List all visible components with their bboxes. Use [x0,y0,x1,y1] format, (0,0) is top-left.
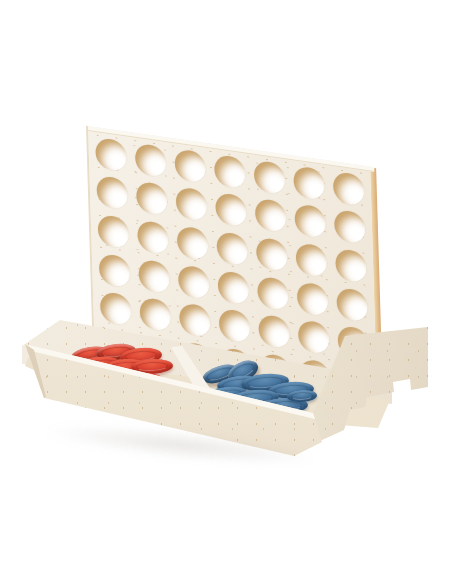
board-cell-r1-c2 [130,138,171,182]
board-hole [217,270,249,305]
board-hole [174,148,206,183]
board-cell-r3-c2 [132,215,173,259]
board-cell-r3-c3 [172,221,213,265]
board-cell-r1-c6 [289,161,330,205]
board-cell-r3-c5 [251,232,292,276]
board-cell-r4-c4 [213,265,254,309]
board-hole [175,187,207,222]
board-cell-r2-c5 [250,194,291,238]
board-hole [179,303,211,338]
board-hole [256,237,288,272]
board-hole [258,314,290,349]
board-hole [297,281,329,316]
board-cell-r2-c2 [131,177,172,221]
board-hole [298,320,330,355]
product-photo-connect-four [0,0,450,585]
board-hole [138,258,170,293]
board-hole [254,160,286,195]
board-cell-r5-c3 [174,298,215,342]
board-cell-r3-c7 [331,244,372,288]
board-hole [95,137,127,172]
board-cell-r2-c7 [330,205,371,249]
board-cell-r4-c7 [332,282,373,326]
board-cell-r1-c7 [329,166,370,210]
board-hole [219,309,251,344]
board-hole [296,243,328,278]
disc-rim-ring [136,360,168,371]
board-cell-r1-c5 [249,155,290,199]
board-cell-r1-c4 [209,149,250,193]
board-cell-r4-c6 [292,277,333,321]
board-cell-r2-c1 [91,171,132,215]
board-hole [293,165,325,200]
board-hole [257,276,289,311]
board-hole [295,204,327,239]
board-hole [177,225,209,260]
disc-rim-ring [290,392,313,401]
board-hole [333,171,365,206]
board-cell-r5-c4 [214,304,255,348]
board-hole [135,142,167,177]
board-cell-r1-c1 [90,132,131,176]
board-hole [96,175,128,210]
board-cell-r3-c4 [212,227,253,271]
board-cell-r3-c1 [92,210,133,254]
board-hole [215,193,247,228]
board-hole [214,154,246,189]
board-hole [334,210,366,245]
board-cell-r1-c3 [170,144,211,188]
board-cell-r4-c5 [253,271,294,315]
board-hole [216,231,248,266]
board-cell-r5-c5 [254,310,295,354]
board-cell-r4-c1 [94,248,135,292]
board-hole [337,287,369,322]
board-cell-r2-c3 [171,182,212,226]
board-cell-r4-c3 [173,260,214,304]
board-cell-r3-c6 [291,238,332,282]
board-hole [97,214,129,249]
board-cell-r2-c4 [211,188,252,232]
board-cell-r5-c1 [95,287,136,331]
board-hole [99,291,131,326]
board-cell-r4-c2 [133,254,174,298]
board-hole [255,198,287,233]
board-cell-r5-c6 [293,315,334,359]
board-hole [98,253,130,288]
board-hole [137,220,169,255]
board-hole [336,248,368,283]
board-hole [139,297,171,332]
board-hole [178,264,210,299]
board-cell-r5-c2 [135,293,176,337]
board-hole [136,181,168,216]
board-cell-r2-c6 [290,199,331,243]
